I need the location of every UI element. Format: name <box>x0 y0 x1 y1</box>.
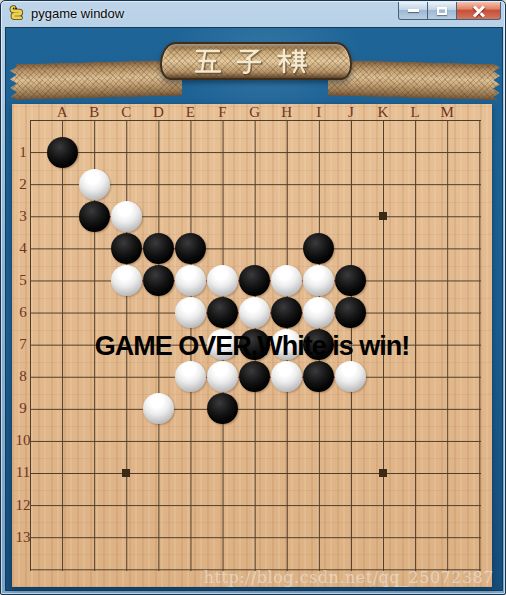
col-label-H: H <box>271 104 303 121</box>
row-label-10: 10 <box>14 425 32 457</box>
white-stone-J8 <box>335 361 366 392</box>
row-label-2: 2 <box>14 168 32 200</box>
close-icon <box>473 5 485 17</box>
title-bar[interactable]: pygame window <box>1 1 505 27</box>
banner-title-glyphs <box>192 46 320 76</box>
row-label-3: 3 <box>14 200 32 232</box>
row-label-5: 5 <box>14 264 32 296</box>
white-stone-G6 <box>239 297 270 328</box>
black-stone-A1 <box>47 137 78 168</box>
title-banner: 五子棋 <box>8 38 502 104</box>
star-point-C11 <box>122 469 130 477</box>
watermark-text: http://blog.csdn.net/qq_25072387 <box>204 568 494 587</box>
col-label-F: F <box>206 104 238 121</box>
game-over-text: GAME OVER,White is win! <box>12 331 492 362</box>
col-label-D: D <box>142 104 174 121</box>
white-stone-E5 <box>175 265 206 296</box>
row-label-4: 4 <box>14 232 32 264</box>
row-label-12: 12 <box>14 489 32 521</box>
col-label-M: M <box>431 104 463 121</box>
maximize-icon <box>437 7 447 15</box>
white-stone-I5 <box>303 265 334 296</box>
black-stone-D4 <box>143 233 174 264</box>
white-stone-F5 <box>207 265 238 296</box>
row-label-6: 6 <box>14 296 32 328</box>
black-stone-I8 <box>303 361 334 392</box>
black-stone-I4 <box>303 233 334 264</box>
white-stone-F8 <box>207 361 238 392</box>
black-stone-B3 <box>79 201 110 232</box>
banner-right-ribbon <box>328 60 501 100</box>
black-stone-J5 <box>335 265 366 296</box>
pygame-window: pygame window 五子棋 <box>0 0 506 595</box>
col-label-A: A <box>46 104 78 121</box>
column-labels: ABCDEFGHIJKLM <box>46 104 463 119</box>
star-point-K3 <box>379 212 387 220</box>
col-label-B: B <box>78 104 110 121</box>
white-stone-H8 <box>271 361 302 392</box>
black-stone-C4 <box>111 233 142 264</box>
white-stone-E8 <box>175 361 206 392</box>
col-label-C: C <box>110 104 142 121</box>
black-stone-D5 <box>143 265 174 296</box>
white-stone-D9 <box>143 393 174 424</box>
gomoku-board[interactable]: ABCDEFGHIJKLM 12345678910111213 GAME OVE… <box>12 104 492 587</box>
minimize-icon <box>408 9 419 12</box>
black-stone-G8 <box>239 361 270 392</box>
maximize-button[interactable] <box>428 2 457 20</box>
banner-left-ribbon <box>10 60 183 100</box>
client-area: 五子棋 ABCDEFGHIJKLM 12345678910111213 GA <box>5 27 503 591</box>
black-stone-H6 <box>271 297 302 328</box>
black-stone-F6 <box>207 297 238 328</box>
white-stone-H5 <box>271 265 302 296</box>
white-stone-C5 <box>111 265 142 296</box>
white-stone-I6 <box>303 297 334 328</box>
black-stone-F9 <box>207 393 238 424</box>
col-label-K: K <box>367 104 399 121</box>
row-label-8: 8 <box>14 361 32 393</box>
caption-buttons <box>398 2 501 20</box>
col-label-G: G <box>239 104 271 121</box>
white-stone-B2 <box>79 169 110 200</box>
black-stone-G5 <box>239 265 270 296</box>
window-title: pygame window <box>31 6 124 21</box>
star-point-K11 <box>379 469 387 477</box>
black-stone-J6 <box>335 297 366 328</box>
close-button[interactable] <box>457 2 501 20</box>
row-label-9: 9 <box>14 393 32 425</box>
banner-center: 五子棋 <box>160 42 352 80</box>
row-label-11: 11 <box>14 457 32 489</box>
minimize-button[interactable] <box>398 2 428 20</box>
white-stone-E6 <box>175 297 206 328</box>
row-label-1: 1 <box>14 136 32 168</box>
col-label-E: E <box>174 104 206 121</box>
col-label-L: L <box>399 104 431 121</box>
col-label-I: I <box>303 104 335 121</box>
pygame-icon[interactable] <box>9 5 25 21</box>
row-label-13: 13 <box>14 521 32 553</box>
col-label-J: J <box>335 104 367 121</box>
white-stone-C3 <box>111 201 142 232</box>
black-stone-E4 <box>175 233 206 264</box>
